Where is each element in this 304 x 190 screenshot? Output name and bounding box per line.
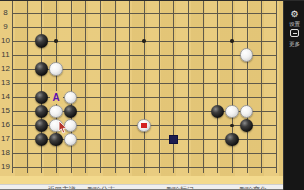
grid-line-vertical [159, 0, 160, 173]
black-stone [35, 105, 48, 118]
white-stone [240, 105, 253, 118]
row-coordinate-label: 15 [0, 107, 11, 115]
grid-line-vertical [100, 0, 101, 173]
window-bottom-border [0, 189, 283, 190]
white-stone [64, 133, 77, 146]
grid-line-horizontal [12, 167, 277, 168]
grid-line-vertical [85, 0, 86, 173]
more-button[interactable]: 更多 [284, 23, 304, 48]
more-label: 更多 [286, 41, 303, 47]
grid-line-vertical [247, 0, 248, 173]
grid-line-horizontal [12, 55, 277, 56]
grid-line-horizontal [12, 153, 277, 154]
row-coordinate-label: 9 [0, 23, 11, 31]
black-stone [35, 62, 48, 75]
star-point [54, 39, 57, 42]
white-stone [240, 48, 253, 61]
black-stone [35, 34, 48, 47]
mouse-cursor-icon [58, 121, 69, 134]
row-coordinate-label: 16 [0, 121, 11, 129]
grid-line-vertical [217, 0, 218, 173]
row-coordinate-label: 10 [0, 37, 11, 45]
last-move-marker [141, 123, 146, 128]
row-coordinate-label: 11 [0, 51, 11, 59]
grid-line-horizontal [12, 27, 277, 28]
row-coordinate-label: 8 [0, 9, 11, 17]
grid-line-vertical [12, 0, 13, 173]
grid-line-vertical [203, 0, 204, 173]
star-point [230, 124, 233, 127]
gear-icon: ⚙ [290, 9, 298, 19]
star-point [230, 39, 233, 42]
black-stone [35, 91, 48, 104]
black-stone [64, 105, 77, 118]
grid-line-vertical [71, 0, 72, 173]
grid-line-vertical [232, 0, 233, 173]
grid-line-vertical [115, 0, 116, 173]
black-stone [211, 105, 224, 118]
grid-line-vertical [173, 0, 174, 173]
grid-line-vertical [144, 0, 145, 173]
white-stone [49, 62, 62, 75]
app-window: 78910111213141516171819A 返回主谱删除分支删除标记删除变… [0, 0, 304, 190]
square-marker [169, 135, 179, 145]
row-coordinate-label: 18 [0, 149, 11, 157]
grid-line-vertical [56, 0, 57, 173]
black-stone [225, 133, 238, 146]
white-stone [225, 105, 238, 118]
black-stone [240, 119, 253, 132]
black-stone [35, 133, 48, 146]
grid-line-vertical [27, 0, 28, 173]
grid-line-vertical [276, 0, 277, 173]
letter-marker-A: A [50, 91, 63, 104]
white-stone [49, 105, 62, 118]
white-stone [64, 91, 77, 104]
row-coordinate-label: 13 [0, 79, 11, 87]
grid-line-vertical [41, 0, 42, 173]
right-sidebar: ⚙ 设置 更多 [283, 0, 304, 190]
window-top-border [0, 0, 304, 1]
grid-line-vertical [188, 0, 189, 173]
row-coordinate-label: 12 [0, 65, 11, 73]
row-coordinate-label: 14 [0, 93, 11, 101]
black-stone [35, 119, 48, 132]
grid-line-vertical [261, 0, 262, 173]
row-coordinate-label: 17 [0, 135, 11, 143]
grid-line-horizontal [12, 13, 277, 14]
grid-line-vertical [129, 0, 130, 173]
grid-line-horizontal [12, 83, 277, 84]
board-bottom-strip [0, 176, 283, 184]
more-icon [290, 29, 299, 37]
row-coordinate-label: 19 [0, 163, 11, 171]
go-board[interactable]: 78910111213141516171819A [0, 0, 283, 176]
black-stone [49, 133, 62, 146]
star-point [142, 39, 145, 42]
